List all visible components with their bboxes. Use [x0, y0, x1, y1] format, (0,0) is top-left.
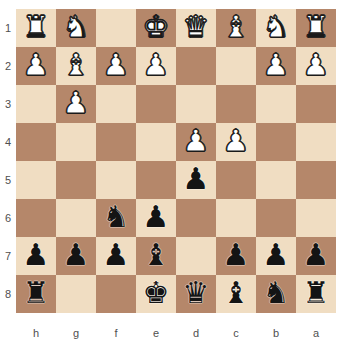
square-a2[interactable]: ♟ [296, 47, 336, 85]
rank-labels: 12345678 [0, 9, 16, 313]
piece-black-pawn[interactable]: ♟ [183, 164, 210, 194]
square-e4[interactable] [136, 123, 176, 161]
piece-black-king[interactable]: ♚ [143, 278, 170, 308]
file-label-b: b [256, 314, 296, 352]
square-a5[interactable] [296, 161, 336, 199]
square-d3[interactable] [176, 85, 216, 123]
piece-white-knight[interactable]: ♞ [63, 12, 90, 42]
square-d6[interactable] [176, 199, 216, 237]
square-c7[interactable]: ♟ [216, 237, 256, 275]
square-g5[interactable] [56, 161, 96, 199]
piece-black-pawn[interactable]: ♟ [103, 240, 130, 270]
square-a4[interactable] [296, 123, 336, 161]
piece-white-bishop[interactable]: ♝ [63, 50, 90, 80]
square-f1[interactable] [96, 9, 136, 47]
piece-black-pawn[interactable]: ♟ [63, 240, 90, 270]
square-h2[interactable]: ♟ [16, 47, 56, 85]
file-label-e: e [136, 314, 176, 352]
piece-black-knight[interactable]: ♞ [103, 202, 130, 232]
square-d5[interactable]: ♟ [176, 161, 216, 199]
square-a3[interactable] [296, 85, 336, 123]
piece-white-pawn[interactable]: ♟ [223, 126, 250, 156]
rank-label-1: 1 [0, 9, 16, 47]
square-e3[interactable] [136, 85, 176, 123]
square-h6[interactable] [16, 199, 56, 237]
piece-white-knight[interactable]: ♞ [263, 12, 290, 42]
square-b7[interactable]: ♟ [256, 237, 296, 275]
piece-white-pawn[interactable]: ♟ [63, 88, 90, 118]
piece-white-pawn[interactable]: ♟ [303, 50, 330, 80]
square-d4[interactable]: ♟ [176, 123, 216, 161]
piece-white-queen[interactable]: ♛ [183, 12, 210, 42]
rank-label-7: 7 [0, 237, 16, 275]
square-b4[interactable] [256, 123, 296, 161]
file-labels: hgfedcba [16, 314, 336, 352]
file-label-a: a [296, 314, 336, 352]
square-a1[interactable]: ♜ [296, 9, 336, 47]
square-g4[interactable] [56, 123, 96, 161]
piece-black-bishop[interactable]: ♝ [143, 240, 170, 270]
file-label-f: f [96, 314, 136, 352]
square-h4[interactable] [16, 123, 56, 161]
square-g8[interactable] [56, 275, 96, 313]
square-c4[interactable]: ♟ [216, 123, 256, 161]
piece-black-pawn[interactable]: ♟ [143, 202, 170, 232]
square-g2[interactable]: ♝ [56, 47, 96, 85]
piece-white-bishop[interactable]: ♝ [223, 12, 250, 42]
piece-black-pawn[interactable]: ♟ [223, 240, 250, 270]
square-b8[interactable]: ♞ [256, 275, 296, 313]
piece-black-pawn[interactable]: ♟ [263, 240, 290, 270]
square-g1[interactable]: ♞ [56, 9, 96, 47]
rank-label-4: 4 [0, 123, 16, 161]
square-h8[interactable]: ♜ [16, 275, 56, 313]
piece-white-pawn[interactable]: ♟ [23, 50, 50, 80]
piece-white-king[interactable]: ♚ [143, 12, 170, 42]
square-b3[interactable] [256, 85, 296, 123]
square-h5[interactable] [16, 161, 56, 199]
square-c6[interactable] [216, 199, 256, 237]
square-b2[interactable]: ♟ [256, 47, 296, 85]
square-c5[interactable] [216, 161, 256, 199]
square-a8[interactable]: ♜ [296, 275, 336, 313]
rank-label-2: 2 [0, 47, 16, 85]
piece-white-pawn[interactable]: ♟ [143, 50, 170, 80]
piece-black-rook[interactable]: ♜ [23, 278, 50, 308]
square-f4[interactable] [96, 123, 136, 161]
square-f2[interactable]: ♟ [96, 47, 136, 85]
piece-white-pawn[interactable]: ♟ [263, 50, 290, 80]
square-b6[interactable] [256, 199, 296, 237]
rank-label-8: 8 [0, 275, 16, 313]
square-g6[interactable] [56, 199, 96, 237]
rank-label-3: 3 [0, 85, 16, 123]
square-e1[interactable]: ♚ [136, 9, 176, 47]
file-label-g: g [56, 314, 96, 352]
square-d8[interactable]: ♛ [176, 275, 216, 313]
square-a7[interactable]: ♟ [296, 237, 336, 275]
square-h3[interactable] [16, 85, 56, 123]
piece-black-pawn[interactable]: ♟ [303, 240, 330, 270]
square-f7[interactable]: ♟ [96, 237, 136, 275]
square-e5[interactable] [136, 161, 176, 199]
square-f6[interactable]: ♞ [96, 199, 136, 237]
square-e8[interactable]: ♚ [136, 275, 176, 313]
file-label-d: d [176, 314, 216, 352]
rank-label-6: 6 [0, 199, 16, 237]
square-g7[interactable]: ♟ [56, 237, 96, 275]
square-f8[interactable] [96, 275, 136, 313]
piece-black-knight[interactable]: ♞ [263, 278, 290, 308]
chess-board: ♜♞♚♛♝♞♜♟♝♟♟♟♟♟♟♟♟♞♟♟♟♟♝♟♟♟♜♚♛♝♞♜ [16, 9, 336, 313]
square-a6[interactable] [296, 199, 336, 237]
square-h7[interactable]: ♟ [16, 237, 56, 275]
square-b1[interactable]: ♞ [256, 9, 296, 47]
piece-white-pawn[interactable]: ♟ [103, 50, 130, 80]
square-e6[interactable]: ♟ [136, 199, 176, 237]
square-c2[interactable] [216, 47, 256, 85]
square-b5[interactable] [256, 161, 296, 199]
square-c8[interactable]: ♝ [216, 275, 256, 313]
square-d7[interactable] [176, 237, 216, 275]
piece-black-bishop[interactable]: ♝ [223, 278, 250, 308]
piece-white-rook[interactable]: ♜ [23, 12, 50, 42]
square-e2[interactable]: ♟ [136, 47, 176, 85]
piece-white-rook[interactable]: ♜ [303, 12, 330, 42]
square-f5[interactable] [96, 161, 136, 199]
square-g3[interactable]: ♟ [56, 85, 96, 123]
rank-label-5: 5 [0, 161, 16, 199]
file-label-h: h [16, 314, 56, 352]
square-f3[interactable] [96, 85, 136, 123]
chess-diagram: 12345678 ♜♞♚♛♝♞♜♟♝♟♟♟♟♟♟♟♟♞♟♟♟♟♝♟♟♟♜♚♛♝♞… [0, 0, 348, 352]
piece-black-pawn[interactable]: ♟ [23, 240, 50, 270]
piece-white-pawn[interactable]: ♟ [183, 126, 210, 156]
square-e7[interactable]: ♝ [136, 237, 176, 275]
square-d2[interactable] [176, 47, 216, 85]
square-c3[interactable] [216, 85, 256, 123]
square-c1[interactable]: ♝ [216, 9, 256, 47]
file-label-c: c [216, 314, 256, 352]
piece-black-rook[interactable]: ♜ [303, 278, 330, 308]
square-d1[interactable]: ♛ [176, 9, 216, 47]
piece-black-queen[interactable]: ♛ [183, 278, 210, 308]
square-h1[interactable]: ♜ [16, 9, 56, 47]
